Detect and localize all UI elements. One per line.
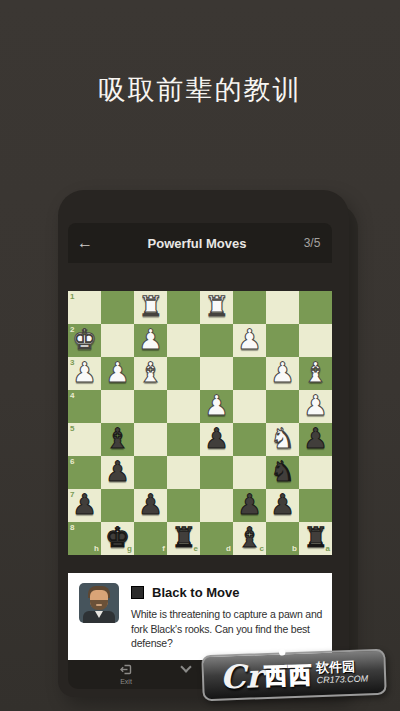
square-g3[interactable]: ♟ [101,357,134,390]
square-h6[interactable]: 6 [68,456,101,489]
square-c4[interactable] [233,390,266,423]
square-c5[interactable] [233,423,266,456]
square-h4[interactable]: 4 [68,390,101,423]
square-f8[interactable]: f [134,522,167,555]
square-g1[interactable] [101,291,134,324]
square-d1[interactable]: ♜ [200,291,233,324]
square-h3[interactable]: 3♟ [68,357,101,390]
square-g2[interactable] [101,324,134,357]
square-d8[interactable]: d [200,522,233,555]
coach-avatar [79,583,119,623]
square-g5[interactable]: ♝ [101,423,134,456]
white-pawn[interactable]: ♟ [134,324,167,357]
square-b8[interactable]: b [266,522,299,555]
square-g6[interactable]: ♟ [101,456,134,489]
white-pawn[interactable]: ♟ [101,357,134,390]
chevron-down-icon[interactable] [182,663,190,671]
square-e3[interactable] [167,357,200,390]
exit-icon [119,662,134,677]
black-pawn[interactable]: ♟ [68,489,101,522]
avatar-mouth [96,604,102,606]
white-pawn[interactable]: ♟ [266,357,299,390]
rank-label-1: 1 [70,293,74,301]
square-d4[interactable]: ♟ [200,390,233,423]
square-f4[interactable] [134,390,167,423]
square-c8[interactable]: c♝ [233,522,266,555]
square-d2[interactable] [200,324,233,357]
file-label-f: f [162,545,165,553]
square-d3[interactable] [200,357,233,390]
white-knight[interactable]: ♞ [266,423,299,456]
square-a2[interactable] [299,324,332,357]
square-f3[interactable]: ♝ [134,357,167,390]
white-pawn[interactable]: ♟ [200,390,233,423]
square-e5[interactable] [167,423,200,456]
chess-board[interactable]: 1♜♜2♚♟♟3♟♟♝♟♝4♟♟5♝♟♞♟6♟♞7♟♟♟♟8hg♚fe♜dc♝b… [68,291,332,555]
square-h8[interactable]: 8h [68,522,101,555]
square-f7[interactable]: ♟ [134,489,167,522]
square-b5[interactable]: ♞ [266,423,299,456]
black-pawn[interactable]: ♟ [266,489,299,522]
square-e6[interactable] [167,456,200,489]
watermark-logo: Cr [220,660,263,693]
square-h1[interactable]: 1 [68,291,101,324]
white-rook[interactable]: ♜ [134,291,167,324]
black-pawn[interactable]: ♟ [233,489,266,522]
site-watermark: Cr 西西 软件园 CR173.COM [201,649,386,701]
file-label-h: h [94,545,99,553]
square-b7[interactable]: ♟ [266,489,299,522]
black-bishop[interactable]: ♝ [101,423,134,456]
black-pawn[interactable]: ♟ [299,423,332,456]
square-c7[interactable]: ♟ [233,489,266,522]
square-a5[interactable]: ♟ [299,423,332,456]
black-rook[interactable]: ♜ [299,522,332,555]
rank-label-4: 4 [70,392,74,400]
rank-label-8: 8 [70,524,74,532]
square-e2[interactable] [167,324,200,357]
square-a8[interactable]: a♜ [299,522,332,555]
square-g7[interactable] [101,489,134,522]
square-e4[interactable] [167,390,200,423]
watermark-site-url: CR173.COM [316,673,368,686]
square-f6[interactable] [134,456,167,489]
square-a4[interactable]: ♟ [299,390,332,423]
square-b4[interactable] [266,390,299,423]
square-f5[interactable] [134,423,167,456]
rank-label-6: 6 [70,458,74,466]
lesson-title: Powerful Moves [102,236,292,251]
square-b1[interactable] [266,291,299,324]
move-indicator-title: Black to Move [152,585,239,600]
app-header: ← Powerful Moves 3/5 [68,223,332,263]
square-g8[interactable]: g♚ [101,522,134,555]
white-rook[interactable]: ♜ [200,291,233,324]
square-d7[interactable] [200,489,233,522]
square-h2[interactable]: 2♚ [68,324,101,357]
black-pawn[interactable]: ♟ [200,423,233,456]
square-h5[interactable]: 5 [68,423,101,456]
black-bishop[interactable]: ♝ [233,522,266,555]
page: 吸取前辈的教训 ← Powerful Moves 3/5 1♜♜2♚♟♟3♟♟♝… [0,0,400,711]
rank-label-5: 5 [70,425,74,433]
square-a6[interactable] [299,456,332,489]
white-pawn[interactable]: ♟ [68,357,101,390]
square-e1[interactable] [167,291,200,324]
white-king[interactable]: ♚ [68,324,101,357]
black-pawn[interactable]: ♟ [101,456,134,489]
white-pawn[interactable]: ♟ [299,390,332,423]
coach-card: Black to Move White is threatening to ca… [68,573,332,660]
square-c3[interactable] [233,357,266,390]
white-bishop[interactable]: ♝ [299,357,332,390]
square-c1[interactable] [233,291,266,324]
square-d6[interactable] [200,456,233,489]
square-h7[interactable]: 7♟ [68,489,101,522]
coach-message: White is threatening to capture a pawn a… [131,607,327,651]
square-f2[interactable]: ♟ [134,324,167,357]
lightbulb-icon [273,643,292,659]
square-a3[interactable]: ♝ [299,357,332,390]
lesson-progress: 3/5 [292,236,332,250]
white-bishop[interactable]: ♝ [134,357,167,390]
square-c2[interactable]: ♟ [233,324,266,357]
square-b2[interactable] [266,324,299,357]
square-f1[interactable]: ♜ [134,291,167,324]
square-e8[interactable]: e♜ [167,522,200,555]
black-king[interactable]: ♚ [101,522,134,555]
square-a1[interactable] [299,291,332,324]
white-pawn[interactable]: ♟ [233,324,266,357]
square-c6[interactable] [233,456,266,489]
watermark-site-name-cn: 西西 [264,659,313,692]
hero-title: 吸取前辈的教训 [0,72,400,108]
file-label-b: b [292,545,297,553]
square-e7[interactable] [167,489,200,522]
square-g4[interactable] [101,390,134,423]
square-a7[interactable] [299,489,332,522]
black-rook[interactable]: ♜ [167,522,200,555]
watermark-site-suffix: 软件园 [316,660,368,673]
exit-label: Exit [120,678,132,685]
black-pawn[interactable]: ♟ [134,489,167,522]
exit-button[interactable]: Exit [98,662,154,688]
square-b6[interactable]: ♞ [266,456,299,489]
black-square-icon [131,586,144,599]
square-b3[interactable]: ♟ [266,357,299,390]
square-d5[interactable]: ♟ [200,423,233,456]
back-arrow-icon[interactable]: ← [68,234,102,252]
black-knight[interactable]: ♞ [266,456,299,489]
file-label-d: d [226,545,231,553]
